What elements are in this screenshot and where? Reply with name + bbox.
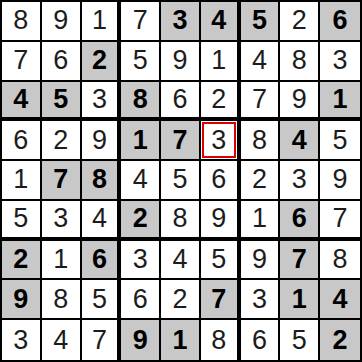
cell-r1c2[interactable]: 9 xyxy=(42,2,82,42)
cell-r7c5[interactable]: 4 xyxy=(161,241,201,281)
cell-r7c3[interactable]: 6 xyxy=(82,241,122,281)
cell-r6c6[interactable]: 9 xyxy=(201,201,241,241)
cell-r9c7[interactable]: 6 xyxy=(241,320,281,360)
cell-r1c6[interactable]: 4 xyxy=(201,2,241,42)
cell-r3c2[interactable]: 5 xyxy=(42,82,82,122)
cell-r1c9[interactable]: 6 xyxy=(320,2,360,42)
cell-r5c5[interactable]: 5 xyxy=(161,161,201,201)
cell-r4c2[interactable]: 2 xyxy=(42,121,82,161)
cell-r2c1[interactable]: 7 xyxy=(2,42,42,82)
cell-r3c9[interactable]: 1 xyxy=(320,82,360,122)
cell-r8c8[interactable]: 1 xyxy=(280,280,320,320)
cell-r1c8[interactable]: 2 xyxy=(280,2,320,42)
cell-r5c9[interactable]: 9 xyxy=(320,161,360,201)
cell-r1c7[interactable]: 5 xyxy=(241,2,281,42)
cell-r6c4[interactable]: 2 xyxy=(121,201,161,241)
cell-r3c3[interactable]: 3 xyxy=(82,82,122,122)
cell-r3c5[interactable]: 6 xyxy=(161,82,201,122)
cell-r7c7[interactable]: 9 xyxy=(241,241,281,281)
cell-r6c8[interactable]: 6 xyxy=(280,201,320,241)
cell-r5c6[interactable]: 6 xyxy=(201,161,241,201)
cell-r4c4[interactable]: 1 xyxy=(121,121,161,161)
cell-r9c4[interactable]: 9 xyxy=(121,320,161,360)
cell-r2c3[interactable]: 2 xyxy=(82,42,122,82)
cell-r3c1[interactable]: 4 xyxy=(2,82,42,122)
cell-r3c7[interactable]: 7 xyxy=(241,82,281,122)
cell-r2c7[interactable]: 4 xyxy=(241,42,281,82)
cell-r4c9[interactable]: 5 xyxy=(320,121,360,161)
cell-r3c6[interactable]: 2 xyxy=(201,82,241,122)
cell-r4c3[interactable]: 9 xyxy=(82,121,122,161)
cell-r1c1[interactable]: 8 xyxy=(2,2,42,42)
cell-r7c9[interactable]: 8 xyxy=(320,241,360,281)
cell-r5c3[interactable]: 8 xyxy=(82,161,122,201)
cell-r6c7[interactable]: 1 xyxy=(241,201,281,241)
cell-r7c1[interactable]: 2 xyxy=(2,241,42,281)
cell-r9c1[interactable]: 3 xyxy=(2,320,42,360)
cell-r5c4[interactable]: 4 xyxy=(121,161,161,201)
cell-r3c4[interactable]: 8 xyxy=(121,82,161,122)
cell-r2c5[interactable]: 9 xyxy=(161,42,201,82)
cell-r7c4[interactable]: 3 xyxy=(121,241,161,281)
cell-r8c2[interactable]: 8 xyxy=(42,280,82,320)
sudoku-board: 8917345267625914834538627916291738451784… xyxy=(0,0,362,362)
cell-r8c4[interactable]: 6 xyxy=(121,280,161,320)
cell-r4c7[interactable]: 8 xyxy=(241,121,281,161)
cell-r5c7[interactable]: 2 xyxy=(241,161,281,201)
cell-r6c2[interactable]: 3 xyxy=(42,201,82,241)
cell-r3c8[interactable]: 9 xyxy=(280,82,320,122)
cell-r4c6[interactable]: 3 xyxy=(201,121,241,161)
cell-r5c1[interactable]: 1 xyxy=(2,161,42,201)
cell-r9c9[interactable]: 2 xyxy=(320,320,360,360)
cell-r6c1[interactable]: 5 xyxy=(2,201,42,241)
cell-r1c3[interactable]: 1 xyxy=(82,2,122,42)
cell-r1c4[interactable]: 7 xyxy=(121,2,161,42)
cell-r9c8[interactable]: 5 xyxy=(280,320,320,360)
cell-r9c5[interactable]: 1 xyxy=(161,320,201,360)
cell-r8c5[interactable]: 2 xyxy=(161,280,201,320)
cell-r5c2[interactable]: 7 xyxy=(42,161,82,201)
cell-r2c9[interactable]: 3 xyxy=(320,42,360,82)
cell-r7c6[interactable]: 5 xyxy=(201,241,241,281)
cell-r9c3[interactable]: 7 xyxy=(82,320,122,360)
cell-r7c8[interactable]: 7 xyxy=(280,241,320,281)
cell-r2c2[interactable]: 6 xyxy=(42,42,82,82)
cell-r6c3[interactable]: 4 xyxy=(82,201,122,241)
cell-r8c3[interactable]: 5 xyxy=(82,280,122,320)
cell-r6c9[interactable]: 7 xyxy=(320,201,360,241)
cell-r8c1[interactable]: 9 xyxy=(2,280,42,320)
cell-r5c8[interactable]: 3 xyxy=(280,161,320,201)
cell-r9c6[interactable]: 8 xyxy=(201,320,241,360)
cell-r4c1[interactable]: 6 xyxy=(2,121,42,161)
cell-r7c2[interactable]: 1 xyxy=(42,241,82,281)
cell-r4c8[interactable]: 4 xyxy=(280,121,320,161)
cell-r8c6[interactable]: 7 xyxy=(201,280,241,320)
cell-r8c7[interactable]: 3 xyxy=(241,280,281,320)
cell-r1c5[interactable]: 3 xyxy=(161,2,201,42)
cell-r2c6[interactable]: 1 xyxy=(201,42,241,82)
cell-r2c8[interactable]: 8 xyxy=(280,42,320,82)
cell-r9c2[interactable]: 4 xyxy=(42,320,82,360)
cell-r8c9[interactable]: 4 xyxy=(320,280,360,320)
cell-r4c5[interactable]: 7 xyxy=(161,121,201,161)
cell-r6c5[interactable]: 8 xyxy=(161,201,201,241)
cell-r2c4[interactable]: 5 xyxy=(121,42,161,82)
